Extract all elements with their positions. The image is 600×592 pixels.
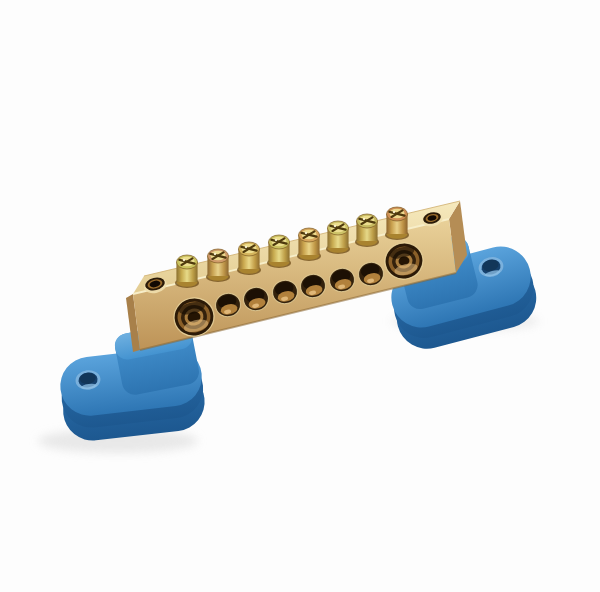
clamp-screw-6 xyxy=(326,221,350,254)
clamp-screw-7 xyxy=(355,214,379,247)
clamp-screw-3 xyxy=(237,242,261,275)
clamp-screw-2 xyxy=(206,249,230,282)
clamp-screw-1 xyxy=(175,255,199,288)
clamp-screw-8 xyxy=(385,207,409,240)
clamp-screw-5 xyxy=(297,228,321,261)
clamp-screw-4 xyxy=(267,235,291,268)
busbar-product-photo xyxy=(0,0,600,592)
product-photo-stage xyxy=(0,0,600,592)
